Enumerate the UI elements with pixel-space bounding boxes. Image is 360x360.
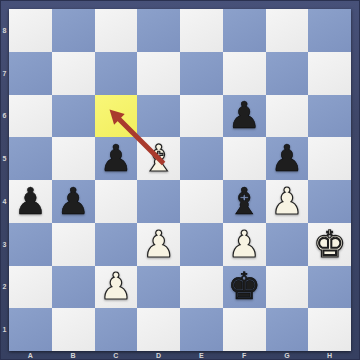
square-e2[interactable] xyxy=(180,266,223,309)
rank-label-7: 7 xyxy=(0,52,9,95)
square-d3[interactable]: ♟ xyxy=(137,223,180,266)
file-label-d: D xyxy=(137,351,180,360)
square-a6[interactable] xyxy=(9,95,52,138)
square-b4[interactable]: ♟ xyxy=(52,180,95,223)
black-pawn[interactable]: ♟ xyxy=(14,183,47,220)
square-c1[interactable] xyxy=(95,308,138,351)
file-label-c: C xyxy=(95,351,138,360)
rank-label-6: 6 xyxy=(0,95,9,138)
square-a3[interactable] xyxy=(9,223,52,266)
square-d2[interactable] xyxy=(137,266,180,309)
rank-label-5: 5 xyxy=(0,137,9,180)
square-c4[interactable] xyxy=(95,180,138,223)
white-pawn[interactable]: ♟ xyxy=(99,268,132,305)
square-b3[interactable] xyxy=(52,223,95,266)
white-pawn[interactable]: ♟ xyxy=(228,226,261,263)
square-g2[interactable] xyxy=(266,266,309,309)
square-e1[interactable] xyxy=(180,308,223,351)
rank-label-3: 3 xyxy=(0,223,9,266)
square-g7[interactable] xyxy=(266,52,309,95)
square-h2[interactable] xyxy=(308,266,351,309)
black-king[interactable]: ♚ xyxy=(228,268,261,305)
square-e6[interactable] xyxy=(180,95,223,138)
square-h8[interactable] xyxy=(308,9,351,52)
square-d7[interactable] xyxy=(137,52,180,95)
square-f4[interactable]: ♝ xyxy=(223,180,266,223)
square-f3[interactable]: ♟ xyxy=(223,223,266,266)
square-a7[interactable] xyxy=(9,52,52,95)
square-a2[interactable] xyxy=(9,266,52,309)
square-b7[interactable] xyxy=(52,52,95,95)
chess-board-frame: ♟♟♝♟♟♟♝♟♟♟♚♟♚ 87654321 ABCDEFGH xyxy=(0,0,360,360)
rank-label-4: 4 xyxy=(0,180,9,223)
square-e7[interactable] xyxy=(180,52,223,95)
square-b1[interactable] xyxy=(52,308,95,351)
square-a5[interactable] xyxy=(9,137,52,180)
square-g3[interactable] xyxy=(266,223,309,266)
file-label-b: B xyxy=(52,351,95,360)
square-f2[interactable]: ♚ xyxy=(223,266,266,309)
square-f1[interactable] xyxy=(223,308,266,351)
square-f6[interactable]: ♟ xyxy=(223,95,266,138)
rank-label-2: 2 xyxy=(0,266,9,309)
square-a8[interactable] xyxy=(9,9,52,52)
black-pawn[interactable]: ♟ xyxy=(228,97,261,134)
square-g6[interactable] xyxy=(266,95,309,138)
square-h1[interactable] xyxy=(308,308,351,351)
square-a4[interactable]: ♟ xyxy=(9,180,52,223)
square-e5[interactable] xyxy=(180,137,223,180)
square-a1[interactable] xyxy=(9,308,52,351)
white-king[interactable]: ♚ xyxy=(313,226,346,263)
square-c8[interactable] xyxy=(95,9,138,52)
square-d4[interactable] xyxy=(137,180,180,223)
black-pawn[interactable]: ♟ xyxy=(57,183,90,220)
square-b5[interactable] xyxy=(52,137,95,180)
square-h4[interactable] xyxy=(308,180,351,223)
square-f8[interactable] xyxy=(223,9,266,52)
square-c2[interactable]: ♟ xyxy=(95,266,138,309)
square-c6[interactable] xyxy=(95,95,138,138)
square-b8[interactable] xyxy=(52,9,95,52)
square-h7[interactable] xyxy=(308,52,351,95)
square-g1[interactable] xyxy=(266,308,309,351)
square-h6[interactable] xyxy=(308,95,351,138)
square-c5[interactable]: ♟ xyxy=(95,137,138,180)
white-pawn[interactable]: ♟ xyxy=(270,183,303,220)
square-e8[interactable] xyxy=(180,9,223,52)
file-label-a: A xyxy=(9,351,52,360)
white-bishop[interactable]: ♝ xyxy=(142,140,175,177)
square-b6[interactable] xyxy=(52,95,95,138)
square-f7[interactable] xyxy=(223,52,266,95)
square-h5[interactable] xyxy=(308,137,351,180)
square-e3[interactable] xyxy=(180,223,223,266)
square-c3[interactable] xyxy=(95,223,138,266)
black-bishop[interactable]: ♝ xyxy=(228,183,261,220)
square-b2[interactable] xyxy=(52,266,95,309)
square-g8[interactable] xyxy=(266,9,309,52)
file-label-f: F xyxy=(223,351,266,360)
square-e4[interactable] xyxy=(180,180,223,223)
square-g4[interactable]: ♟ xyxy=(266,180,309,223)
chess-board: ♟♟♝♟♟♟♝♟♟♟♚♟♚ xyxy=(9,9,351,351)
rank-label-1: 1 xyxy=(0,308,9,351)
white-pawn[interactable]: ♟ xyxy=(142,226,175,263)
square-d1[interactable] xyxy=(137,308,180,351)
black-pawn[interactable]: ♟ xyxy=(99,140,132,177)
square-g5[interactable]: ♟ xyxy=(266,137,309,180)
file-label-h: H xyxy=(308,351,351,360)
square-d6[interactable] xyxy=(137,95,180,138)
square-d5[interactable]: ♝ xyxy=(137,137,180,180)
rank-label-8: 8 xyxy=(0,9,9,52)
square-d8[interactable] xyxy=(137,9,180,52)
square-c7[interactable] xyxy=(95,52,138,95)
black-pawn[interactable]: ♟ xyxy=(270,140,303,177)
square-h3[interactable]: ♚ xyxy=(308,223,351,266)
square-f5[interactable] xyxy=(223,137,266,180)
file-label-e: E xyxy=(180,351,223,360)
file-label-g: G xyxy=(266,351,309,360)
